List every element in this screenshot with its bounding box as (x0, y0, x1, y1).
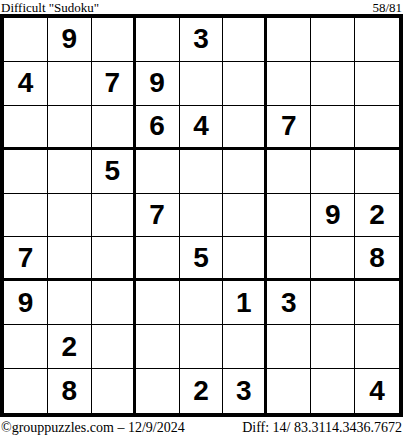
cell-r3c9[interactable] (355, 106, 399, 150)
cell-r2c6[interactable] (223, 62, 267, 106)
cell-r7c9[interactable] (355, 281, 399, 325)
cell-r7c2[interactable] (48, 281, 92, 325)
cell-r3c8[interactable] (311, 106, 355, 150)
cell-r4c3: 5 (92, 150, 136, 194)
cell-r1c4[interactable] (136, 18, 180, 62)
cell-r7c1: 9 (4, 281, 48, 325)
cell-r3c3[interactable] (92, 106, 136, 150)
cell-r1c8[interactable] (311, 18, 355, 62)
cell-r6c4[interactable] (136, 237, 180, 281)
cell-r3c7: 7 (267, 106, 311, 150)
cell-r1c1[interactable] (4, 18, 48, 62)
page-footer: ©grouppuzzles.com – 12/9/2024 Diff: 14/ … (0, 417, 403, 437)
cell-r8c6[interactable] (223, 325, 267, 369)
cell-r3c1[interactable] (4, 106, 48, 150)
cell-r2c7[interactable] (267, 62, 311, 106)
cell-r3c5: 4 (180, 106, 224, 150)
cell-r5c1[interactable] (4, 194, 48, 238)
cell-r8c9[interactable] (355, 325, 399, 369)
cell-r9c7[interactable] (267, 369, 311, 413)
cell-r1c6[interactable] (223, 18, 267, 62)
cell-r4c1[interactable] (4, 150, 48, 194)
cell-r5c6[interactable] (223, 194, 267, 238)
cell-r5c9: 2 (355, 194, 399, 238)
cell-r4c4[interactable] (136, 150, 180, 194)
cell-r8c8[interactable] (311, 325, 355, 369)
cell-r2c3: 7 (92, 62, 136, 106)
cell-r7c4[interactable] (136, 281, 180, 325)
cell-r6c6[interactable] (223, 237, 267, 281)
cell-r9c2: 8 (48, 369, 92, 413)
puzzle-title: Difficult "Sudoku" (1, 1, 99, 14)
cell-r6c1: 7 (4, 237, 48, 281)
cell-r7c5[interactable] (180, 281, 224, 325)
cell-r2c1: 4 (4, 62, 48, 106)
page-header: Difficult "Sudoku" 58/81 (0, 0, 403, 14)
cell-r9c8[interactable] (311, 369, 355, 413)
cell-r8c5[interactable] (180, 325, 224, 369)
cell-r8c7[interactable] (267, 325, 311, 369)
cell-r4c7[interactable] (267, 150, 311, 194)
cell-r6c5: 5 (180, 237, 224, 281)
cell-r1c3[interactable] (92, 18, 136, 62)
copyright-text: ©grouppuzzles.com – 12/9/2024 (1, 420, 185, 435)
cell-r6c3[interactable] (92, 237, 136, 281)
cell-r9c4[interactable] (136, 369, 180, 413)
difficulty-text: Diff: 14/ 83.3114.3436.7672 (242, 420, 402, 435)
empty-cell-counter: 58/81 (372, 1, 402, 14)
cell-r3c6[interactable] (223, 106, 267, 150)
cell-r2c5[interactable] (180, 62, 224, 106)
cell-r1c9[interactable] (355, 18, 399, 62)
cell-r8c3[interactable] (92, 325, 136, 369)
cell-r1c2: 9 (48, 18, 92, 62)
cell-r2c4: 9 (136, 62, 180, 106)
cell-r8c1[interactable] (4, 325, 48, 369)
cell-r4c2[interactable] (48, 150, 92, 194)
cell-r4c5[interactable] (180, 150, 224, 194)
cell-r9c5: 2 (180, 369, 224, 413)
cell-r3c2[interactable] (48, 106, 92, 150)
cell-r9c1[interactable] (4, 369, 48, 413)
cell-r6c2[interactable] (48, 237, 92, 281)
cell-r5c2[interactable] (48, 194, 92, 238)
cell-r9c3[interactable] (92, 369, 136, 413)
cell-r2c9[interactable] (355, 62, 399, 106)
cell-r5c4: 7 (136, 194, 180, 238)
cell-r2c2[interactable] (48, 62, 92, 106)
cell-r6c8[interactable] (311, 237, 355, 281)
sudoku-grid: 93479647579275891328234 (0, 14, 403, 417)
cell-r4c6[interactable] (223, 150, 267, 194)
cell-r4c8[interactable] (311, 150, 355, 194)
cell-r7c6: 1 (223, 281, 267, 325)
cell-r6c7[interactable] (267, 237, 311, 281)
cell-r9c6: 3 (223, 369, 267, 413)
cell-r2c8[interactable] (311, 62, 355, 106)
cell-r4c9[interactable] (355, 150, 399, 194)
cell-r3c4: 6 (136, 106, 180, 150)
cell-r1c5: 3 (180, 18, 224, 62)
cell-r7c3[interactable] (92, 281, 136, 325)
cell-r7c7: 3 (267, 281, 311, 325)
cell-r5c5[interactable] (180, 194, 224, 238)
cell-r5c8: 9 (311, 194, 355, 238)
cell-r1c7[interactable] (267, 18, 311, 62)
cell-r5c7[interactable] (267, 194, 311, 238)
cell-r8c2: 2 (48, 325, 92, 369)
cell-r7c8[interactable] (311, 281, 355, 325)
cell-r5c3[interactable] (92, 194, 136, 238)
cell-r8c4[interactable] (136, 325, 180, 369)
cell-r9c9: 4 (355, 369, 399, 413)
cell-r6c9: 8 (355, 237, 399, 281)
